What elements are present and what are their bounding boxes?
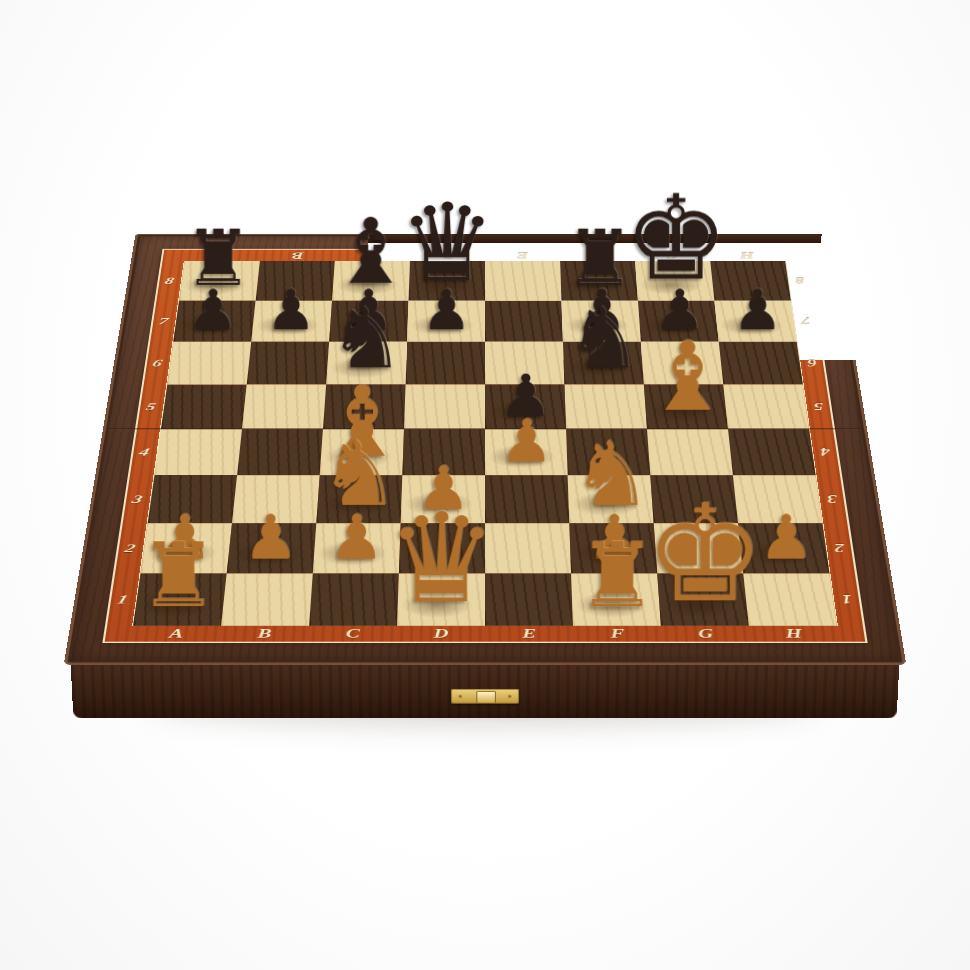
- square-e7[interactable]: [485, 301, 563, 342]
- piece-black-pawn-a7[interactable]: ♟: [188, 282, 238, 338]
- piece-black-pawn-b7[interactable]: ♟: [266, 282, 316, 338]
- piece-white-pawn-e4[interactable]: ♟: [500, 412, 553, 471]
- square-g4[interactable]: [647, 429, 733, 475]
- rank-label-right-6: 6: [805, 342, 821, 385]
- file-label-far-e: E: [485, 250, 560, 261]
- rank-label-right-1: 1: [838, 573, 856, 625]
- latch-clasp-icon: [476, 691, 496, 704]
- rank-label-left-4: 4: [132, 429, 157, 475]
- rank-label-left-3: 3: [125, 475, 151, 523]
- square-g5[interactable]: ♝: [644, 385, 728, 429]
- square-b5[interactable]: [242, 385, 326, 429]
- square-e3[interactable]: [485, 475, 569, 523]
- rank-label-right-7: 7: [799, 301, 814, 342]
- piece-white-king-g1[interactable]: ♚: [644, 486, 764, 620]
- rank-label-left-8: 8: [158, 261, 181, 301]
- square-d1[interactable]: ♛: [397, 573, 485, 625]
- square-g1[interactable]: ♚: [657, 573, 749, 625]
- square-d7[interactable]: ♟: [407, 301, 485, 342]
- square-a5[interactable]: [161, 385, 247, 429]
- square-h4[interactable]: [728, 429, 816, 475]
- square-b1[interactable]: [221, 573, 313, 625]
- brass-latch-icon: [451, 689, 519, 704]
- square-d5[interactable]: [404, 385, 485, 429]
- square-e8[interactable]: [485, 261, 561, 301]
- square-f6[interactable]: ♞: [563, 342, 644, 385]
- square-h6[interactable]: [719, 342, 803, 385]
- piece-white-pawn-b2[interactable]: ♟: [243, 507, 298, 569]
- piece-white-pawn-h2[interactable]: ♟: [758, 507, 813, 569]
- square-b6[interactable]: [247, 342, 329, 385]
- square-d6[interactable]: [406, 342, 485, 385]
- piece-black-pawn-d7[interactable]: ♟: [421, 282, 471, 338]
- rank-label-left-6: 6: [146, 342, 170, 385]
- square-a4[interactable]: [154, 429, 242, 475]
- latch-screw-icon: [459, 695, 462, 698]
- square-a6[interactable]: [167, 342, 251, 385]
- piece-white-bishop-g5[interactable]: ♝: [644, 329, 730, 425]
- square-a7[interactable]: ♟: [173, 301, 255, 342]
- file-label-far-b: B: [260, 250, 336, 261]
- square-b7[interactable]: ♟: [251, 301, 332, 342]
- chess-board: ♜♝♛♜♚♟♟♟♟♟♟♟♞♞♟♝♝♟♞♟♞♟♟♟♟♟♜♛♜♚ ABCDEFGH …: [64, 234, 906, 665]
- piece-white-pawn-c2[interactable]: ♟: [329, 507, 384, 569]
- product-photo-scene: ♜♝♛♜♚♟♟♟♟♟♟♟♞♞♟♝♝♟♞♟♞♟♟♟♟♟♜♛♜♚ ABCDEFGH …: [0, 0, 970, 970]
- rank-label-right-4: 4: [817, 429, 833, 475]
- piece-white-rook-a1[interactable]: ♜: [138, 532, 218, 621]
- rank-label-left-5: 5: [139, 385, 163, 429]
- rank-label-right-8: 8: [793, 261, 808, 301]
- square-e4[interactable]: ♟: [485, 429, 568, 475]
- board-squares: ♜♝♛♜♚♟♟♟♟♟♟♟♞♞♟♝♝♟♞♟♞♟♟♟♟♟♜♛♜♚: [133, 261, 837, 626]
- square-h5[interactable]: [723, 385, 809, 429]
- piece-white-queen-d1[interactable]: ♛: [386, 497, 497, 621]
- rank-label-left-7: 7: [152, 301, 175, 342]
- piece-black-knight-f6[interactable]: ♞: [566, 296, 641, 380]
- square-e1[interactable]: [485, 573, 573, 625]
- rank-label-right-3: 3: [824, 475, 841, 523]
- latch-screw-icon: [508, 695, 511, 698]
- piece-black-pawn-h7[interactable]: ♟: [732, 282, 782, 338]
- board-front-edge: [71, 663, 900, 718]
- square-a1[interactable]: ♜: [133, 573, 226, 625]
- square-b4[interactable]: [237, 429, 323, 475]
- rank-label-right-5: 5: [811, 385, 827, 429]
